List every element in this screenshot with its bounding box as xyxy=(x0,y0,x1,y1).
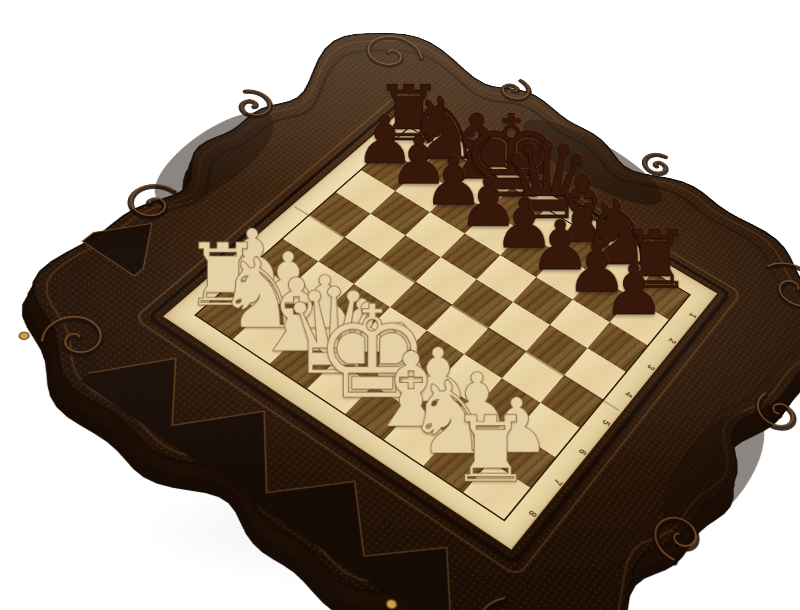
photo-background: 12345678 ♜♞♝♚♛♝♞♜♟♟♟♟♟♟♟♟♟♟♟♟♟♟♟♟♜♞♝♛♚♝♞… xyxy=(0,0,800,610)
pieces-layer: ♜♞♝♚♛♝♞♜♟♟♟♟♟♟♟♟♟♟♟♟♟♟♟♟♜♞♝♛♚♝♞♜ xyxy=(0,0,800,610)
piece-glyph: ♜ xyxy=(420,404,560,495)
game-box-plane: 12345678 ♜♞♝♚♛♝♞♜♟♟♟♟♟♟♟♟♟♟♟♟♟♟♟♟♜♞♝♛♚♝♞… xyxy=(0,0,800,610)
scene: 12345678 ♜♞♝♚♛♝♞♜♟♟♟♟♟♟♟♟♟♟♟♟♟♟♟♟♜♞♝♛♚♝♞… xyxy=(0,0,800,610)
